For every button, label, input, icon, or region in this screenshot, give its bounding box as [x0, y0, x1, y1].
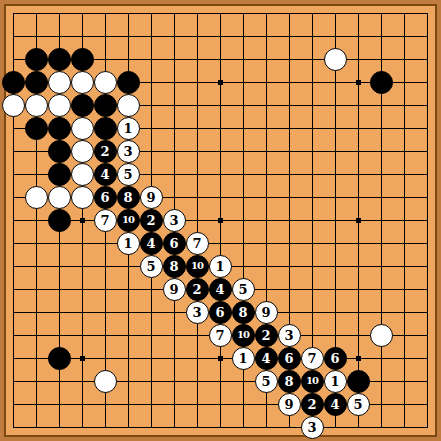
move-number-label: 2 — [307, 398, 316, 411]
white-stone — [71, 71, 94, 94]
white-stone — [71, 140, 94, 163]
plain-white-stone — [370, 324, 393, 347]
black-stone: 6 — [163, 232, 186, 255]
move-stone-3: 3 — [117, 140, 140, 163]
white-stone — [25, 94, 48, 117]
plain-white-stone — [324, 48, 347, 71]
move-number-label: 8 — [123, 191, 132, 204]
move-stone-32: 2 — [255, 324, 278, 347]
black-stone — [25, 117, 48, 140]
black-stone — [347, 370, 370, 393]
black-stone — [48, 117, 71, 140]
black-stone: 10 — [186, 255, 209, 278]
move-stone-43: 3 — [301, 416, 324, 439]
hoshi-dot — [218, 356, 223, 361]
black-stone: 10 — [301, 370, 324, 393]
plain-black-stone — [48, 347, 71, 370]
hoshi-point — [209, 209, 232, 232]
move-number-label: 9 — [146, 191, 155, 204]
move-stone-5: 5 — [117, 163, 140, 186]
move-stone-1: 1 — [117, 117, 140, 140]
move-stone-20: 10 — [186, 255, 209, 278]
move-number-label: 7 — [215, 329, 224, 342]
plain-white-stone — [71, 140, 94, 163]
hoshi-dot — [80, 218, 85, 223]
hoshi-dot — [218, 218, 223, 223]
white-stone: 7 — [209, 324, 232, 347]
hoshi-point — [71, 347, 94, 370]
white-stone: 1 — [117, 232, 140, 255]
move-number-label: 3 — [123, 145, 132, 158]
black-stone — [48, 140, 71, 163]
plain-black-stone — [48, 163, 71, 186]
move-stone-38: 8 — [278, 370, 301, 393]
hoshi-point — [209, 71, 232, 94]
move-number-label: 1 — [123, 237, 132, 250]
plain-black-stone — [25, 117, 48, 140]
move-stone-17: 7 — [186, 232, 209, 255]
black-stone: 4 — [324, 393, 347, 416]
plain-white-stone — [25, 94, 48, 117]
move-number-label: 9 — [261, 306, 270, 319]
move-stone-10: 10 — [117, 209, 140, 232]
plain-white-stone — [48, 186, 71, 209]
plain-black-stone — [94, 117, 117, 140]
white-stone: 5 — [347, 393, 370, 416]
black-stone: 2 — [186, 278, 209, 301]
white-stone: 3 — [186, 301, 209, 324]
white-stone: 7 — [301, 347, 324, 370]
plain-black-stone — [48, 209, 71, 232]
plain-black-stone — [370, 71, 393, 94]
move-stone-28: 8 — [232, 301, 255, 324]
go-board[interactable]: 1234567891012345678910123456789101234567… — [0, 0, 441, 441]
black-stone — [2, 71, 25, 94]
plain-black-stone — [48, 117, 71, 140]
black-stone: 8 — [278, 370, 301, 393]
move-stone-16: 6 — [163, 232, 186, 255]
move-number-label: 1 — [238, 352, 247, 365]
move-number-label: 6 — [169, 237, 178, 250]
move-stone-12: 2 — [140, 209, 163, 232]
hoshi-point — [347, 71, 370, 94]
black-stone: 8 — [117, 186, 140, 209]
white-stone: 1 — [232, 347, 255, 370]
white-stone — [94, 370, 117, 393]
plain-white-stone — [48, 94, 71, 117]
move-number-label: 9 — [284, 398, 293, 411]
move-number-label: 4 — [100, 168, 109, 181]
move-number-label: 10 — [237, 330, 249, 340]
black-stone — [48, 347, 71, 370]
white-stone: 5 — [255, 370, 278, 393]
move-stone-30: 10 — [232, 324, 255, 347]
black-stone: 2 — [94, 140, 117, 163]
move-number-label: 6 — [330, 352, 339, 365]
white-stone — [48, 71, 71, 94]
black-stone — [25, 48, 48, 71]
white-stone — [48, 186, 71, 209]
hoshi-dot — [218, 80, 223, 85]
plain-white-stone — [94, 71, 117, 94]
move-number-label: 3 — [284, 329, 293, 342]
black-stone — [48, 48, 71, 71]
white-stone: 5 — [117, 163, 140, 186]
black-stone: 8 — [163, 255, 186, 278]
move-stone-9: 9 — [140, 186, 163, 209]
black-stone — [48, 209, 71, 232]
white-stone — [370, 324, 393, 347]
move-stone-25: 5 — [232, 278, 255, 301]
move-stone-15: 5 — [140, 255, 163, 278]
hoshi-point — [209, 347, 232, 370]
white-stone: 1 — [324, 370, 347, 393]
move-number-label: 5 — [353, 398, 362, 411]
move-stone-33: 3 — [278, 324, 301, 347]
plain-white-stone — [71, 186, 94, 209]
white-stone: 1 — [117, 117, 140, 140]
move-number-label: 2 — [192, 283, 201, 296]
move-stone-34: 4 — [255, 347, 278, 370]
plain-black-stone — [117, 71, 140, 94]
move-stone-19: 9 — [163, 278, 186, 301]
black-stone — [94, 94, 117, 117]
plain-black-stone — [48, 48, 71, 71]
white-stone — [117, 94, 140, 117]
white-stone: 3 — [163, 209, 186, 232]
move-number-label: 7 — [192, 237, 201, 250]
move-number-label: 10 — [306, 376, 318, 386]
plain-white-stone — [25, 186, 48, 209]
move-stone-37: 7 — [301, 347, 324, 370]
move-number-label: 3 — [307, 421, 316, 434]
move-stone-18: 8 — [163, 255, 186, 278]
move-stone-2: 2 — [94, 140, 117, 163]
black-stone — [25, 71, 48, 94]
move-number-label: 7 — [100, 214, 109, 227]
move-number-label: 2 — [100, 145, 109, 158]
move-number-label: 5 — [123, 168, 132, 181]
move-stone-40: 10 — [301, 370, 324, 393]
black-stone: 10 — [232, 324, 255, 347]
plain-black-stone — [48, 140, 71, 163]
move-stone-29: 9 — [255, 301, 278, 324]
white-stone: 5 — [140, 255, 163, 278]
black-stone: 6 — [94, 186, 117, 209]
plain-black-stone — [2, 71, 25, 94]
black-stone: 6 — [209, 301, 232, 324]
move-number-label: 7 — [307, 352, 316, 365]
plain-white-stone — [48, 71, 71, 94]
white-stone — [324, 48, 347, 71]
white-stone: 1 — [209, 255, 232, 278]
move-stone-27: 7 — [209, 324, 232, 347]
black-stone: 2 — [140, 209, 163, 232]
white-stone: 3 — [117, 140, 140, 163]
black-stone — [71, 48, 94, 71]
move-number-label: 10 — [122, 215, 134, 225]
plain-white-stone — [71, 117, 94, 140]
move-stone-42: 2 — [301, 393, 324, 416]
move-number-label: 2 — [146, 214, 155, 227]
hoshi-dot — [80, 356, 85, 361]
black-stone: 4 — [94, 163, 117, 186]
white-stone: 9 — [163, 278, 186, 301]
move-number-label: 8 — [169, 260, 178, 273]
move-stone-44: 4 — [324, 393, 347, 416]
move-stone-13: 3 — [163, 209, 186, 232]
move-stone-8: 8 — [117, 186, 140, 209]
hoshi-point — [347, 347, 370, 370]
hoshi-point — [71, 209, 94, 232]
black-stone: 4 — [140, 232, 163, 255]
move-number-label: 1 — [215, 260, 224, 273]
move-number-label: 4 — [330, 398, 339, 411]
plain-white-stone — [71, 71, 94, 94]
move-stone-36: 6 — [278, 347, 301, 370]
move-number-label: 2 — [261, 329, 270, 342]
board-intersections: 1234567891012345678910123456789101234567… — [2, 2, 439, 439]
white-stone — [71, 186, 94, 209]
move-number-label: 3 — [169, 214, 178, 227]
move-number-label: 9 — [169, 283, 178, 296]
hoshi-dot — [356, 356, 361, 361]
white-stone — [71, 163, 94, 186]
white-stone — [25, 186, 48, 209]
black-stone: 10 — [117, 209, 140, 232]
white-stone: 9 — [140, 186, 163, 209]
white-stone — [94, 71, 117, 94]
move-stone-45: 5 — [347, 393, 370, 416]
hoshi-dot — [356, 218, 361, 223]
move-stone-21: 1 — [209, 255, 232, 278]
black-stone: 8 — [232, 301, 255, 324]
move-number-label: 10 — [191, 261, 203, 271]
move-number-label: 5 — [146, 260, 155, 273]
move-number-label: 6 — [284, 352, 293, 365]
plain-black-stone — [71, 94, 94, 117]
move-number-label: 5 — [238, 283, 247, 296]
black-stone: 4 — [255, 347, 278, 370]
plain-black-stone — [94, 94, 117, 117]
move-number-label: 8 — [284, 375, 293, 388]
black-stone: 6 — [324, 347, 347, 370]
move-stone-46: 6 — [324, 347, 347, 370]
move-number-label: 8 — [238, 306, 247, 319]
move-stone-6: 6 — [94, 186, 117, 209]
move-stone-26: 6 — [209, 301, 232, 324]
plain-black-stone — [25, 71, 48, 94]
plain-black-stone — [71, 48, 94, 71]
move-stone-11: 1 — [117, 232, 140, 255]
white-stone — [2, 94, 25, 117]
move-number-label: 3 — [192, 306, 201, 319]
white-stone — [71, 117, 94, 140]
move-number-label: 4 — [146, 237, 155, 250]
white-stone — [48, 94, 71, 117]
move-stone-41: 1 — [324, 370, 347, 393]
white-stone: 3 — [278, 324, 301, 347]
white-stone: 3 — [301, 416, 324, 439]
black-stone: 2 — [301, 393, 324, 416]
hoshi-point — [347, 209, 370, 232]
move-number-label: 5 — [261, 375, 270, 388]
hoshi-dot — [356, 80, 361, 85]
black-stone: 6 — [278, 347, 301, 370]
move-number-label: 1 — [330, 375, 339, 388]
plain-black-stone — [25, 48, 48, 71]
black-stone — [117, 71, 140, 94]
black-stone — [71, 94, 94, 117]
white-stone: 9 — [278, 393, 301, 416]
move-stone-39: 9 — [278, 393, 301, 416]
move-number-label: 1 — [123, 122, 132, 135]
white-stone: 5 — [232, 278, 255, 301]
move-number-label: 4 — [261, 352, 270, 365]
plain-white-stone — [117, 94, 140, 117]
black-stone — [48, 163, 71, 186]
plain-white-stone — [94, 370, 117, 393]
move-stone-35: 5 — [255, 370, 278, 393]
move-stone-31: 1 — [232, 347, 255, 370]
move-stone-7: 7 — [94, 209, 117, 232]
plain-black-stone — [347, 370, 370, 393]
move-stone-14: 4 — [140, 232, 163, 255]
move-number-label: 6 — [215, 306, 224, 319]
white-stone: 7 — [94, 209, 117, 232]
plain-white-stone — [71, 163, 94, 186]
move-stone-23: 3 — [186, 301, 209, 324]
move-stone-4: 4 — [94, 163, 117, 186]
plain-white-stone — [2, 94, 25, 117]
white-stone: 9 — [255, 301, 278, 324]
black-stone — [370, 71, 393, 94]
white-stone: 7 — [186, 232, 209, 255]
move-stone-22: 2 — [186, 278, 209, 301]
black-stone: 4 — [209, 278, 232, 301]
black-stone — [94, 117, 117, 140]
move-number-label: 6 — [100, 191, 109, 204]
black-stone: 2 — [255, 324, 278, 347]
move-number-label: 4 — [215, 283, 224, 296]
move-stone-24: 4 — [209, 278, 232, 301]
